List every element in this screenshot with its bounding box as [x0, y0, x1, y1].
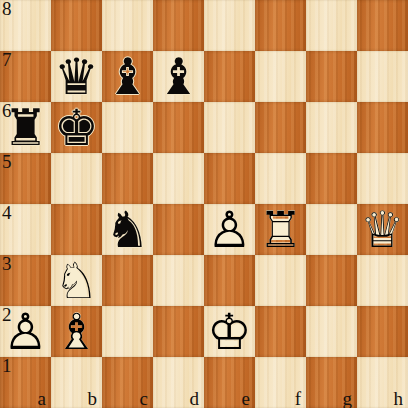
square-f5[interactable]	[255, 153, 306, 204]
square-c1[interactable]: c	[102, 357, 153, 408]
black-piece-glyph: ♞	[102, 204, 153, 255]
black-king-piece[interactable]: ♚	[51, 102, 102, 153]
white-queen-piece[interactable]: ♛♕	[357, 204, 408, 255]
square-h3[interactable]	[357, 255, 408, 306]
square-h1[interactable]: h	[357, 357, 408, 408]
square-g4[interactable]	[306, 204, 357, 255]
square-a3[interactable]: 3	[0, 255, 51, 306]
square-a8[interactable]: 8	[0, 0, 51, 51]
square-g2[interactable]	[306, 306, 357, 357]
square-d2[interactable]	[153, 306, 204, 357]
square-b3[interactable]: ♞♘	[51, 255, 102, 306]
white-bishop-piece[interactable]: ♝♗	[51, 306, 102, 357]
square-g5[interactable]	[306, 153, 357, 204]
square-d7[interactable]: ♝	[153, 51, 204, 102]
file-label-e: e	[242, 389, 250, 408]
square-c6[interactable]	[102, 102, 153, 153]
square-f1[interactable]: f	[255, 357, 306, 408]
square-h4[interactable]: ♛♕	[357, 204, 408, 255]
square-c3[interactable]	[102, 255, 153, 306]
rank-label-7: 7	[2, 49, 12, 71]
black-knight-piece[interactable]: ♞	[102, 204, 153, 255]
black-bishop-piece[interactable]: ♝	[102, 51, 153, 102]
square-a6[interactable]: 6♜	[0, 102, 51, 153]
square-h5[interactable]	[357, 153, 408, 204]
white-piece-outline-glyph: ♘	[51, 255, 102, 306]
square-g7[interactable]	[306, 51, 357, 102]
white-knight-piece[interactable]: ♞♘	[51, 255, 102, 306]
square-c2[interactable]	[102, 306, 153, 357]
square-e8[interactable]	[204, 0, 255, 51]
square-f3[interactable]	[255, 255, 306, 306]
black-piece-glyph: ♚	[51, 102, 102, 153]
square-d1[interactable]: d	[153, 357, 204, 408]
white-king-piece[interactable]: ♚♔	[204, 306, 255, 357]
square-b7[interactable]: ♛	[51, 51, 102, 102]
square-b6[interactable]: ♚	[51, 102, 102, 153]
rank-label-4: 4	[2, 202, 12, 224]
square-f4[interactable]: ♜♖	[255, 204, 306, 255]
file-label-g: g	[343, 389, 353, 408]
square-a5[interactable]: 5	[0, 153, 51, 204]
square-e1[interactable]: e	[204, 357, 255, 408]
square-b8[interactable]	[51, 0, 102, 51]
square-h6[interactable]	[357, 102, 408, 153]
file-label-a: a	[38, 389, 46, 408]
file-label-d: d	[190, 389, 200, 408]
chess-board: 87♛♝♝6♜♚54♞♟♙♜♖♛♕3♞♘2♟♙♝♗♚♔1abcdefgh	[0, 0, 408, 408]
file-label-f: f	[295, 389, 301, 408]
rank-label-5: 5	[2, 151, 12, 173]
black-rook-piece[interactable]: ♜	[0, 102, 51, 153]
black-piece-glyph: ♛	[51, 51, 102, 102]
square-a1[interactable]: 1a	[0, 357, 51, 408]
white-piece-outline-glyph: ♖	[255, 204, 306, 255]
white-piece-outline-glyph: ♔	[204, 306, 255, 357]
square-f7[interactable]	[255, 51, 306, 102]
square-g3[interactable]	[306, 255, 357, 306]
white-piece-outline-glyph: ♕	[357, 204, 408, 255]
square-d3[interactable]	[153, 255, 204, 306]
black-piece-glyph: ♝	[102, 51, 153, 102]
square-a2[interactable]: 2♟♙	[0, 306, 51, 357]
square-g6[interactable]	[306, 102, 357, 153]
square-b4[interactable]	[51, 204, 102, 255]
square-e6[interactable]	[204, 102, 255, 153]
square-f2[interactable]	[255, 306, 306, 357]
square-c4[interactable]: ♞	[102, 204, 153, 255]
square-b5[interactable]	[51, 153, 102, 204]
square-a7[interactable]: 7	[0, 51, 51, 102]
rank-label-3: 3	[2, 253, 12, 275]
square-a4[interactable]: 4	[0, 204, 51, 255]
square-h2[interactable]	[357, 306, 408, 357]
square-d4[interactable]	[153, 204, 204, 255]
white-pawn-piece[interactable]: ♟♙	[204, 204, 255, 255]
white-pawn-piece[interactable]: ♟♙	[0, 306, 51, 357]
square-g8[interactable]	[306, 0, 357, 51]
file-label-c: c	[140, 389, 148, 408]
white-piece-outline-glyph: ♗	[51, 306, 102, 357]
black-piece-glyph: ♝	[153, 51, 204, 102]
white-piece-outline-glyph: ♙	[0, 306, 51, 357]
rank-label-1: 1	[2, 355, 12, 377]
black-piece-glyph: ♜	[0, 102, 51, 153]
square-b2[interactable]: ♝♗	[51, 306, 102, 357]
square-f8[interactable]	[255, 0, 306, 51]
square-f6[interactable]	[255, 102, 306, 153]
square-b1[interactable]: b	[51, 357, 102, 408]
square-e7[interactable]	[204, 51, 255, 102]
square-h7[interactable]	[357, 51, 408, 102]
square-d8[interactable]	[153, 0, 204, 51]
square-c8[interactable]	[102, 0, 153, 51]
square-e2[interactable]: ♚♔	[204, 306, 255, 357]
square-e3[interactable]	[204, 255, 255, 306]
square-h8[interactable]	[357, 0, 408, 51]
square-c5[interactable]	[102, 153, 153, 204]
square-c7[interactable]: ♝	[102, 51, 153, 102]
white-rook-piece[interactable]: ♜♖	[255, 204, 306, 255]
square-e4[interactable]: ♟♙	[204, 204, 255, 255]
file-label-h: h	[394, 389, 404, 408]
square-e5[interactable]	[204, 153, 255, 204]
square-g1[interactable]: g	[306, 357, 357, 408]
file-label-b: b	[88, 389, 98, 408]
rank-label-8: 8	[2, 0, 12, 20]
square-d6[interactable]	[153, 102, 204, 153]
black-queen-piece[interactable]: ♛	[51, 51, 102, 102]
square-d5[interactable]	[153, 153, 204, 204]
white-piece-outline-glyph: ♙	[204, 204, 255, 255]
black-bishop-piece[interactable]: ♝	[153, 51, 204, 102]
